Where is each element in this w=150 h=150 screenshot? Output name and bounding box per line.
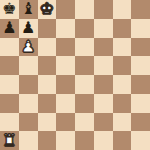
piece-black-bishop[interactable]: ♝ [21,1,35,17]
square-b3[interactable] [19,94,38,113]
square-e5[interactable] [75,56,94,75]
square-c4[interactable] [38,75,57,94]
square-c1[interactable] [38,131,57,150]
square-h3[interactable] [131,94,150,113]
square-c5[interactable] [38,56,57,75]
piece-white-rook[interactable]: ♜ [2,133,16,149]
square-g7[interactable] [113,19,132,38]
square-g6[interactable] [113,38,132,57]
piece-black-pawn[interactable]: ♟ [2,20,16,36]
square-a1[interactable]: ♜ [0,131,19,150]
square-a8[interactable]: ♚ [0,0,19,19]
square-c6[interactable] [38,38,57,57]
square-g8[interactable] [113,0,132,19]
square-d8[interactable] [56,0,75,19]
square-d7[interactable] [56,19,75,38]
square-g1[interactable] [113,131,132,150]
square-b8[interactable]: ♝ [19,0,38,19]
square-c3[interactable] [38,94,57,113]
square-g5[interactable] [113,56,132,75]
square-c2[interactable] [38,113,57,132]
square-e3[interactable] [75,94,94,113]
square-b7[interactable]: ♟ [19,19,38,38]
square-f3[interactable] [94,94,113,113]
piece-black-pawn[interactable]: ♟ [21,20,35,36]
square-a6[interactable] [0,38,19,57]
chess-board: ♚♝♚♟♟♟♜ [0,0,150,150]
square-c7[interactable] [38,19,57,38]
square-e2[interactable] [75,113,94,132]
square-e4[interactable] [75,75,94,94]
square-a3[interactable] [0,94,19,113]
piece-white-king[interactable]: ♚ [40,1,54,17]
square-g3[interactable] [113,94,132,113]
square-h6[interactable] [131,38,150,57]
square-d1[interactable] [56,131,75,150]
square-h7[interactable] [131,19,150,38]
square-f8[interactable] [94,0,113,19]
square-b2[interactable] [19,113,38,132]
square-f1[interactable] [94,131,113,150]
square-e1[interactable] [75,131,94,150]
square-f2[interactable] [94,113,113,132]
square-b6[interactable]: ♟ [19,38,38,57]
square-h4[interactable] [131,75,150,94]
square-d5[interactable] [56,56,75,75]
square-a4[interactable] [0,75,19,94]
square-f4[interactable] [94,75,113,94]
square-a7[interactable]: ♟ [0,19,19,38]
square-c8[interactable]: ♚ [38,0,57,19]
square-b1[interactable] [19,131,38,150]
square-f7[interactable] [94,19,113,38]
piece-black-king[interactable]: ♚ [2,1,16,17]
square-g4[interactable] [113,75,132,94]
square-e6[interactable] [75,38,94,57]
square-a2[interactable] [0,113,19,132]
square-g2[interactable] [113,113,132,132]
square-e7[interactable] [75,19,94,38]
square-h1[interactable] [131,131,150,150]
square-f6[interactable] [94,38,113,57]
square-h5[interactable] [131,56,150,75]
square-d3[interactable] [56,94,75,113]
square-h2[interactable] [131,113,150,132]
square-a5[interactable] [0,56,19,75]
square-d6[interactable] [56,38,75,57]
piece-white-pawn[interactable]: ♟ [21,39,35,55]
square-e8[interactable] [75,0,94,19]
square-b4[interactable] [19,75,38,94]
square-d2[interactable] [56,113,75,132]
square-b5[interactable] [19,56,38,75]
square-d4[interactable] [56,75,75,94]
square-f5[interactable] [94,56,113,75]
square-h8[interactable] [131,0,150,19]
